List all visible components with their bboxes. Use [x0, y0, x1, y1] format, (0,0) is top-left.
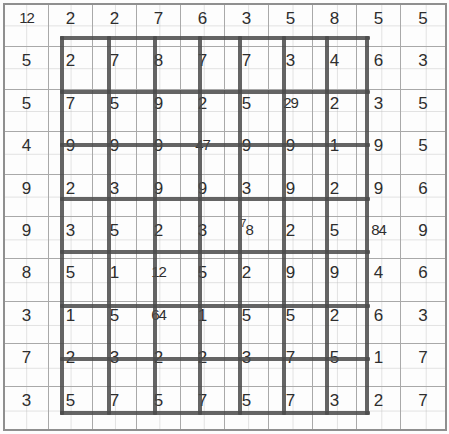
grid-cell-r7c5: 5	[181, 259, 225, 301]
grid-cell-r6c4: 2	[137, 217, 181, 259]
grid-cell-r8c5: 1	[181, 302, 225, 344]
grid-cell-r8c4: 64	[137, 302, 181, 344]
grid-cell-r7c8: 9	[313, 259, 357, 301]
grid-cell-r2c1: 5	[5, 47, 49, 89]
grid-cell-r3c6: 5	[225, 90, 269, 132]
grid-cell-r4c7: 9	[269, 132, 313, 174]
grid-cell-r10c3: 7	[93, 387, 137, 429]
grid-cell-r5c1: 9	[5, 175, 49, 217]
grid-cell-r3c1: 5	[5, 90, 49, 132]
grid-cell-r9c6: 3	[225, 344, 269, 386]
grid-cell-r9c5: 2	[181, 344, 225, 386]
grid-cell-r5c7: 9	[269, 175, 313, 217]
grid-cell-r2c6: 7	[225, 47, 269, 89]
grid-cell-r1c3: 2	[93, 5, 137, 47]
grid-cell-r4c5: 47	[181, 132, 225, 174]
grid-cell-r2c9: 6	[357, 47, 401, 89]
grid-cell-r6c9: 84	[357, 217, 401, 259]
grid-cell-r5c10: 6	[401, 175, 445, 217]
grid-cell-r10c7: 7	[269, 387, 313, 429]
grid-cell-r9c4: 2	[137, 344, 181, 386]
grid-cell-r2c5: 7	[181, 47, 225, 89]
grid-cell-r10c4: 5	[137, 387, 181, 429]
grid-cell-r3c9: 3	[357, 90, 401, 132]
grid-cell-r10c8: 3	[313, 387, 357, 429]
grid-cell-r4c10: 5	[401, 132, 445, 174]
grid-cell-r5c4: 9	[137, 175, 181, 217]
grid-cell-r9c7: 7	[269, 344, 313, 386]
grid-cell-r9c1: 7	[5, 344, 49, 386]
grid-cell-r10c5: 7	[181, 387, 225, 429]
grid-cell-r3c4: 9	[137, 90, 181, 132]
grid-cell-r4c8: 1	[313, 132, 357, 174]
grid-cell-r9c3: 3	[93, 344, 137, 386]
grid-cell-r1c10: 5	[401, 5, 445, 47]
grid-cell-r7c4: 12	[137, 259, 181, 301]
grid-cell-r8c10: 3	[401, 302, 445, 344]
grid-cell-r9c10: 7	[401, 344, 445, 386]
grid-cell-r6c6: 78	[225, 217, 269, 259]
grid-cell-r7c2: 5	[49, 259, 93, 301]
grid-cell-r4c3: 9	[93, 132, 137, 174]
puzzle-board: 1222763585552787734635759252923549994799…	[0, 0, 449, 434]
grid-cell-r8c7: 5	[269, 302, 313, 344]
grid-cell-r3c7: 29	[269, 90, 313, 132]
grid-cell-r7c10: 6	[401, 259, 445, 301]
grid-cell-r1c1: 12	[5, 5, 49, 47]
grid-cell-r5c6: 3	[225, 175, 269, 217]
grid-cell-r6c3: 5	[93, 217, 137, 259]
grid-cell-r9c8: 5	[313, 344, 357, 386]
grid-cell-r2c4: 8	[137, 47, 181, 89]
thin-grid: 1222763585552787734635759252923549994799…	[3, 3, 447, 431]
grid-cell-r7c1: 8	[5, 259, 49, 301]
grid-cell-r1c6: 3	[225, 5, 269, 47]
grid-cell-r10c1: 3	[5, 387, 49, 429]
grid-cell-r8c2: 1	[49, 302, 93, 344]
grid-cell-r4c9: 9	[357, 132, 401, 174]
grid-cell-r1c7: 5	[269, 5, 313, 47]
grid-cell-r4c4: 9	[137, 132, 181, 174]
grid-cell-r1c2: 2	[49, 5, 93, 47]
grid-cell-r5c8: 2	[313, 175, 357, 217]
grid-cell-r6c10: 9	[401, 217, 445, 259]
grid-cell-r1c4: 7	[137, 5, 181, 47]
grid-cell-r10c10: 7	[401, 387, 445, 429]
grid-cell-r1c8: 8	[313, 5, 357, 47]
grid-cell-r7c6: 2	[225, 259, 269, 301]
grid-cell-r1c9: 5	[357, 5, 401, 47]
grid-cell-r5c5: 9	[181, 175, 225, 217]
grid-cell-r3c8: 2	[313, 90, 357, 132]
grid-cell-r3c2: 7	[49, 90, 93, 132]
grid-cell-r5c2: 2	[49, 175, 93, 217]
grid-cell-r3c5: 2	[181, 90, 225, 132]
grid-cell-r8c9: 6	[357, 302, 401, 344]
grid-cell-r7c9: 4	[357, 259, 401, 301]
grid-cell-r4c6: 9	[225, 132, 269, 174]
grid-cell-r10c2: 5	[49, 387, 93, 429]
grid-cell-r2c7: 3	[269, 47, 313, 89]
grid-cell-r6c7: 2	[269, 217, 313, 259]
grid-cell-r5c9: 9	[357, 175, 401, 217]
grid-cell-r1c5: 6	[181, 5, 225, 47]
grid-cell-r6c2: 3	[49, 217, 93, 259]
grid-cell-r2c3: 7	[93, 47, 137, 89]
grid-cell-r8c8: 2	[313, 302, 357, 344]
grid-cell-r9c2: 2	[49, 344, 93, 386]
cell-digit-small: 7	[240, 218, 245, 230]
grid-cell-r10c9: 2	[357, 387, 401, 429]
grid-cell-r3c10: 5	[401, 90, 445, 132]
grid-cell-r7c7: 9	[269, 259, 313, 301]
grid-cell-r8c6: 5	[225, 302, 269, 344]
grid-cell-r8c1: 3	[5, 302, 49, 344]
grid-cell-r8c3: 5	[93, 302, 137, 344]
grid-cell-r2c10: 3	[401, 47, 445, 89]
grid-cell-r5c3: 3	[93, 175, 137, 217]
grid-cell-r9c9: 1	[357, 344, 401, 386]
grid-cell-r10c6: 5	[225, 387, 269, 429]
grid-cell-r7c3: 1	[93, 259, 137, 301]
grid-cell-r6c5: 3	[181, 217, 225, 259]
grid-cell-r2c2: 2	[49, 47, 93, 89]
grid-cell-r3c3: 5	[93, 90, 137, 132]
grid-cell-r4c2: 9	[49, 132, 93, 174]
grid-cell-r6c8: 5	[313, 217, 357, 259]
grid-cell-r4c1: 4	[5, 132, 49, 174]
grid-cell-r6c1: 9	[5, 217, 49, 259]
grid-cell-r2c8: 4	[313, 47, 357, 89]
